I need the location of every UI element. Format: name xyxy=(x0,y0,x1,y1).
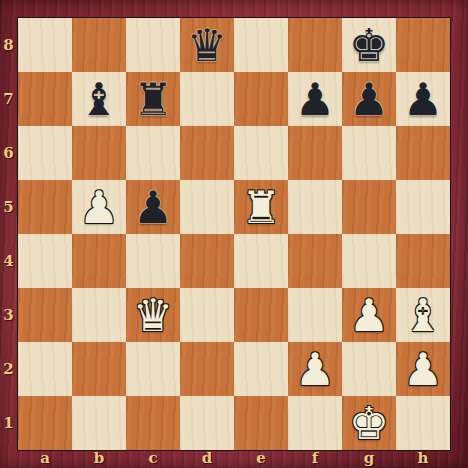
square-e8[interactable] xyxy=(234,18,288,72)
white-pawn[interactable]: ♟ xyxy=(288,342,342,396)
file-label-g: g xyxy=(342,450,396,468)
square-e3[interactable] xyxy=(234,288,288,342)
square-h7[interactable]: ♟ xyxy=(396,72,450,126)
black-pawn[interactable]: ♟ xyxy=(126,180,180,234)
white-pawn[interactable]: ♟ xyxy=(72,180,126,234)
square-b1[interactable] xyxy=(72,396,126,450)
square-g1[interactable]: ♚ xyxy=(342,396,396,450)
square-d8[interactable]: ♛ xyxy=(180,18,234,72)
file-label-f: f xyxy=(288,450,342,468)
square-a2[interactable] xyxy=(18,342,72,396)
square-c2[interactable] xyxy=(126,342,180,396)
square-f1[interactable] xyxy=(288,396,342,450)
square-e5[interactable]: ♜ xyxy=(234,180,288,234)
black-rook[interactable]: ♜ xyxy=(126,72,180,126)
file-label-c: c xyxy=(126,450,180,468)
square-f5[interactable] xyxy=(288,180,342,234)
square-d6[interactable] xyxy=(180,126,234,180)
square-c1[interactable] xyxy=(126,396,180,450)
white-king[interactable]: ♚ xyxy=(342,396,396,450)
square-c4[interactable] xyxy=(126,234,180,288)
square-f4[interactable] xyxy=(288,234,342,288)
square-b2[interactable] xyxy=(72,342,126,396)
square-e4[interactable] xyxy=(234,234,288,288)
square-e1[interactable] xyxy=(234,396,288,450)
square-g2[interactable] xyxy=(342,342,396,396)
square-e7[interactable] xyxy=(234,72,288,126)
black-pawn[interactable]: ♟ xyxy=(288,72,342,126)
square-b5[interactable]: ♟ xyxy=(72,180,126,234)
square-f7[interactable]: ♟ xyxy=(288,72,342,126)
file-label-d: d xyxy=(180,450,234,468)
square-b7[interactable]: ♝ xyxy=(72,72,126,126)
square-b4[interactable] xyxy=(72,234,126,288)
square-h1[interactable] xyxy=(396,396,450,450)
rank-label-6: 6 xyxy=(0,126,17,180)
square-c3[interactable]: ♛ xyxy=(126,288,180,342)
square-d5[interactable] xyxy=(180,180,234,234)
rank-label-7: 7 xyxy=(0,72,17,126)
square-h4[interactable] xyxy=(396,234,450,288)
square-f2[interactable]: ♟ xyxy=(288,342,342,396)
square-a4[interactable] xyxy=(18,234,72,288)
square-d2[interactable] xyxy=(180,342,234,396)
square-e6[interactable] xyxy=(234,126,288,180)
square-g7[interactable]: ♟ xyxy=(342,72,396,126)
square-c5[interactable]: ♟ xyxy=(126,180,180,234)
file-label-e: e xyxy=(234,450,288,468)
square-g8[interactable]: ♚ xyxy=(342,18,396,72)
square-a6[interactable] xyxy=(18,126,72,180)
square-e2[interactable] xyxy=(234,342,288,396)
square-g4[interactable] xyxy=(342,234,396,288)
rank-label-4: 4 xyxy=(0,234,17,288)
square-f8[interactable] xyxy=(288,18,342,72)
square-b8[interactable] xyxy=(72,18,126,72)
square-a5[interactable] xyxy=(18,180,72,234)
white-bishop[interactable]: ♝ xyxy=(396,288,450,342)
square-a8[interactable] xyxy=(18,18,72,72)
black-queen[interactable]: ♛ xyxy=(180,18,234,72)
square-h5[interactable] xyxy=(396,180,450,234)
black-king[interactable]: ♚ xyxy=(342,18,396,72)
square-g5[interactable] xyxy=(342,180,396,234)
square-f3[interactable] xyxy=(288,288,342,342)
file-label-h: h xyxy=(396,450,450,468)
white-pawn[interactable]: ♟ xyxy=(396,342,450,396)
square-d1[interactable] xyxy=(180,396,234,450)
square-f6[interactable] xyxy=(288,126,342,180)
square-h2[interactable]: ♟ xyxy=(396,342,450,396)
square-h6[interactable] xyxy=(396,126,450,180)
chess-board: ♛♚♝♜♟♟♟♟♟♜♛♟♝♟♟♚ xyxy=(17,17,451,451)
rank-label-3: 3 xyxy=(0,288,17,342)
square-a7[interactable] xyxy=(18,72,72,126)
square-c6[interactable] xyxy=(126,126,180,180)
square-b3[interactable] xyxy=(72,288,126,342)
rank-label-1: 1 xyxy=(0,396,17,450)
white-queen[interactable]: ♛ xyxy=(126,288,180,342)
square-c7[interactable]: ♜ xyxy=(126,72,180,126)
square-d4[interactable] xyxy=(180,234,234,288)
white-pawn[interactable]: ♟ xyxy=(342,288,396,342)
file-label-b: b xyxy=(72,450,126,468)
black-bishop[interactable]: ♝ xyxy=(72,72,126,126)
chess-board-frame: 87654321 abcdefgh ♛♚♝♜♟♟♟♟♟♜♛♟♝♟♟♚ xyxy=(0,0,468,468)
square-c8[interactable] xyxy=(126,18,180,72)
white-rook[interactable]: ♜ xyxy=(234,180,288,234)
square-g6[interactable] xyxy=(342,126,396,180)
square-b6[interactable] xyxy=(72,126,126,180)
square-d7[interactable] xyxy=(180,72,234,126)
square-h3[interactable]: ♝ xyxy=(396,288,450,342)
rank-label-2: 2 xyxy=(0,342,17,396)
file-label-a: a xyxy=(18,450,72,468)
black-pawn[interactable]: ♟ xyxy=(342,72,396,126)
square-g3[interactable]: ♟ xyxy=(342,288,396,342)
black-pawn[interactable]: ♟ xyxy=(396,72,450,126)
square-a3[interactable] xyxy=(18,288,72,342)
square-h8[interactable] xyxy=(396,18,450,72)
rank-label-5: 5 xyxy=(0,180,17,234)
square-d3[interactable] xyxy=(180,288,234,342)
square-a1[interactable] xyxy=(18,396,72,450)
rank-label-8: 8 xyxy=(0,18,17,72)
